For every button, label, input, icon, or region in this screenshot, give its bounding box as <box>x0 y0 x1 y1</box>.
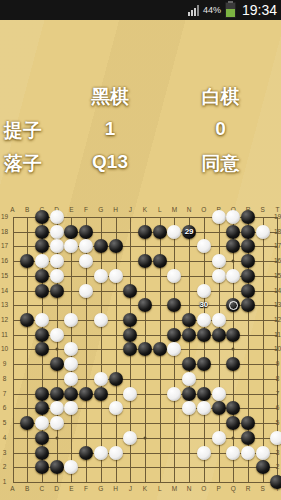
white-player-label: 白棋 <box>160 84 281 110</box>
black-stone[interactable] <box>20 254 34 268</box>
coord-row-label-left: 6 <box>3 405 7 412</box>
white-stone[interactable] <box>256 446 270 460</box>
coord-row-label-left: 7 <box>3 390 7 397</box>
coord-row-label-right: 17 <box>274 243 281 250</box>
black-stone[interactable] <box>153 225 167 239</box>
black-stone[interactable] <box>226 328 240 342</box>
white-last-action: 同意 <box>160 151 281 177</box>
move-number-label: 30 <box>199 301 208 309</box>
coord-column-label-bottom: Q <box>231 486 236 493</box>
black-stone[interactable] <box>35 460 49 474</box>
black-stone[interactable] <box>50 284 64 298</box>
coord-column-label-bottom: B <box>25 486 29 493</box>
coord-column-label-bottom: C <box>40 486 45 493</box>
white-stone[interactable] <box>64 239 78 253</box>
black-stone[interactable] <box>226 239 240 253</box>
black-stone[interactable] <box>20 313 34 327</box>
coord-row-label-right: 16 <box>274 258 281 265</box>
black-stone[interactable] <box>212 401 226 415</box>
white-stone[interactable] <box>35 254 49 268</box>
coord-column-label-top: E <box>69 207 73 214</box>
star-point <box>55 348 58 351</box>
white-stone[interactable] <box>50 239 64 253</box>
coord-column-label-top: K <box>143 207 147 214</box>
black-stone[interactable] <box>35 342 49 356</box>
white-stone[interactable] <box>50 401 64 415</box>
white-stone[interactable] <box>123 431 137 445</box>
black-stone[interactable] <box>123 284 137 298</box>
black-stone[interactable] <box>94 387 108 401</box>
last-move-row: 落子 Q13 同意 <box>0 151 281 177</box>
black-stone[interactable] <box>197 328 211 342</box>
grid-line-vertical <box>204 217 205 483</box>
captures-label: 提子 <box>0 118 60 144</box>
star-point <box>232 436 235 439</box>
coord-column-label-bottom: M <box>172 486 177 493</box>
coord-column-label-top: J <box>129 207 132 214</box>
white-stone[interactable] <box>50 254 64 268</box>
go-board[interactable]: AABBCCDDEEFFGGHHJJKKLLMMNNOOPPQQRRSSTT19… <box>0 205 281 500</box>
black-stone[interactable] <box>226 298 240 312</box>
coord-row-label-right: 2 <box>276 464 280 471</box>
white-stone[interactable] <box>109 446 123 460</box>
coord-row-label-right: 18 <box>274 228 281 235</box>
white-stone[interactable] <box>79 254 93 268</box>
white-stone[interactable] <box>167 342 181 356</box>
white-stone[interactable] <box>94 372 108 386</box>
white-stone[interactable] <box>212 431 226 445</box>
white-stone[interactable] <box>226 210 240 224</box>
white-stone[interactable] <box>212 254 226 268</box>
black-stone[interactable] <box>35 446 49 460</box>
black-stone[interactable] <box>35 431 49 445</box>
coord-row-label-left: 10 <box>1 346 8 353</box>
coord-column-label-bottom: J <box>129 486 132 493</box>
white-stone[interactable] <box>212 313 226 327</box>
black-stone[interactable] <box>241 431 255 445</box>
white-stone[interactable] <box>197 401 211 415</box>
coord-row-label-left: 2 <box>3 464 7 471</box>
black-stone[interactable] <box>35 269 49 283</box>
white-stone[interactable] <box>256 225 270 239</box>
white-stone[interactable] <box>182 372 196 386</box>
black-stone[interactable] <box>226 357 240 371</box>
coord-column-label-bottom: L <box>158 486 162 493</box>
black-stone[interactable] <box>226 225 240 239</box>
black-stone[interactable] <box>79 387 93 401</box>
black-stone[interactable] <box>241 416 255 430</box>
coord-row-label-left: 17 <box>1 243 8 250</box>
black-stone[interactable] <box>167 328 181 342</box>
coord-column-label-bottom: S <box>261 486 265 493</box>
black-stone[interactable] <box>256 460 270 474</box>
white-stone[interactable] <box>79 239 93 253</box>
coord-column-label-top: B <box>25 207 29 214</box>
coord-column-label-bottom: P <box>216 486 220 493</box>
black-stone[interactable] <box>79 446 93 460</box>
white-stone[interactable] <box>50 225 64 239</box>
black-stone[interactable] <box>138 298 152 312</box>
white-captures-value: 0 <box>160 118 281 144</box>
black-stone[interactable] <box>109 239 123 253</box>
coord-column-label-bottom: K <box>143 486 147 493</box>
black-stone[interactable] <box>241 298 255 312</box>
grid-line-vertical <box>189 217 190 483</box>
coord-column-label-top: O <box>201 207 206 214</box>
coord-row-label-left: 9 <box>3 361 7 368</box>
white-stone[interactable] <box>212 387 226 401</box>
signal-strength-icon <box>188 5 199 16</box>
black-stone[interactable] <box>35 401 49 415</box>
coord-column-label-bottom: E <box>69 486 73 493</box>
coord-row-label-left: 18 <box>1 228 8 235</box>
black-stone[interactable] <box>241 254 255 268</box>
star-point <box>232 348 235 351</box>
coord-row-label-right: 7 <box>276 390 280 397</box>
coord-column-label-bottom: D <box>54 486 59 493</box>
black-stone[interactable] <box>241 210 255 224</box>
black-stone[interactable] <box>241 239 255 253</box>
coord-column-label-top: M <box>172 207 177 214</box>
coord-row-label-right: 13 <box>274 302 281 309</box>
black-stone[interactable] <box>212 328 226 342</box>
black-stone[interactable] <box>50 357 64 371</box>
game-info-panel: 黑棋 白棋 提子 1 0 落子 Q13 同意 <box>0 20 281 205</box>
black-stone[interactable] <box>153 342 167 356</box>
coord-column-label-bottom: H <box>113 486 118 493</box>
white-stone[interactable] <box>50 416 64 430</box>
black-stone[interactable] <box>35 239 49 253</box>
black-stone[interactable] <box>270 475 281 489</box>
black-stone[interactable] <box>123 313 137 327</box>
black-stone[interactable] <box>35 225 49 239</box>
black-stone[interactable] <box>167 298 181 312</box>
black-stone[interactable] <box>64 225 78 239</box>
coord-row-label-left: 5 <box>3 420 7 427</box>
coord-row-label-right: 11 <box>274 332 281 339</box>
coord-row-label-right: 5 <box>276 420 280 427</box>
coord-row-label-right: 6 <box>276 405 280 412</box>
coord-row-label-right: 3 <box>276 449 280 456</box>
coord-column-label-bottom: G <box>98 486 103 493</box>
black-stone[interactable] <box>123 342 137 356</box>
coord-row-label-left: 16 <box>1 258 8 265</box>
status-bar: 44% 19:34 <box>0 0 281 20</box>
black-stone[interactable] <box>35 284 49 298</box>
coord-row-label-right: 10 <box>274 346 281 353</box>
coord-row-label-left: 1 <box>3 479 7 486</box>
black-stone[interactable] <box>50 460 64 474</box>
white-stone[interactable] <box>94 313 108 327</box>
coord-row-label-left: 8 <box>3 376 7 383</box>
coord-row-label-right: 9 <box>276 361 280 368</box>
white-stone[interactable] <box>270 431 281 445</box>
white-stone[interactable] <box>167 387 181 401</box>
star-point <box>55 436 58 439</box>
black-stone[interactable] <box>20 416 34 430</box>
coord-row-label-right: 19 <box>274 214 281 221</box>
black-stone[interactable] <box>50 387 64 401</box>
clock: 19:34 <box>242 2 277 18</box>
white-stone[interactable] <box>64 460 78 474</box>
move-number-label: 29 <box>185 228 194 236</box>
black-stone[interactable] <box>182 328 196 342</box>
coord-column-label-top: N <box>187 207 192 214</box>
coord-row-label-right: 8 <box>276 376 280 383</box>
white-stone[interactable] <box>94 269 108 283</box>
coord-row-label-left: 19 <box>1 214 8 221</box>
white-stone[interactable] <box>109 269 123 283</box>
white-stone[interactable] <box>50 210 64 224</box>
star-point <box>232 260 235 263</box>
coord-column-label-bottom: A <box>10 486 14 493</box>
coord-column-label-top: H <box>113 207 118 214</box>
white-stone[interactable] <box>35 416 49 430</box>
white-stone[interactable] <box>197 284 211 298</box>
black-stone[interactable] <box>182 313 196 327</box>
white-stone[interactable] <box>182 401 196 415</box>
black-stone[interactable] <box>226 416 240 430</box>
white-stone[interactable] <box>64 357 78 371</box>
black-stone[interactable] <box>109 372 123 386</box>
coord-column-label-top: A <box>10 207 14 214</box>
coord-column-label-top: L <box>158 207 162 214</box>
coord-row-label-left: 11 <box>1 332 8 339</box>
black-stone[interactable] <box>241 225 255 239</box>
coord-column-label-bottom: N <box>187 486 192 493</box>
coord-column-label-bottom: O <box>201 486 206 493</box>
black-stone[interactable] <box>94 239 108 253</box>
black-stone[interactable] <box>35 328 49 342</box>
white-stone[interactable] <box>212 269 226 283</box>
coord-row-label-left: 12 <box>1 317 8 324</box>
white-stone[interactable] <box>197 239 211 253</box>
white-stone[interactable] <box>167 225 181 239</box>
coord-row-label-right: 12 <box>274 317 281 324</box>
white-stone[interactable] <box>226 269 240 283</box>
captures-row: 提子 1 0 <box>0 118 281 144</box>
coord-column-label-bottom: F <box>84 486 88 493</box>
coord-column-label-bottom: R <box>246 486 251 493</box>
white-stone[interactable] <box>123 387 137 401</box>
battery-percent: 44% <box>203 5 221 15</box>
star-point <box>143 436 146 439</box>
grid-line-horizontal <box>13 482 279 483</box>
coord-row-label-right: 15 <box>274 273 281 280</box>
white-stone[interactable] <box>50 328 64 342</box>
player-header-row: 黑棋 白棋 <box>0 84 281 110</box>
black-stone[interactable] <box>226 401 240 415</box>
coord-row-label-left: 13 <box>1 302 8 309</box>
white-stone[interactable] <box>109 401 123 415</box>
white-stone[interactable] <box>94 446 108 460</box>
black-stone[interactable] <box>241 284 255 298</box>
grid-line-horizontal <box>13 379 279 380</box>
white-stone[interactable] <box>64 313 78 327</box>
black-stone[interactable] <box>153 254 167 268</box>
black-last-move: Q13 <box>60 151 160 177</box>
black-stone[interactable] <box>182 357 196 371</box>
white-stone[interactable] <box>50 269 64 283</box>
black-stone[interactable] <box>197 387 211 401</box>
black-stone[interactable] <box>241 269 255 283</box>
coord-row-label-left: 14 <box>1 287 8 294</box>
white-stone[interactable] <box>241 446 255 460</box>
coord-column-label-top: F <box>84 207 88 214</box>
move-label: 落子 <box>0 151 60 177</box>
white-stone[interactable] <box>64 342 78 356</box>
black-player-label: 黑棋 <box>60 84 160 110</box>
white-stone[interactable] <box>197 446 211 460</box>
battery-icon <box>225 2 236 18</box>
black-stone[interactable] <box>138 342 152 356</box>
white-stone[interactable] <box>197 313 211 327</box>
white-stone[interactable] <box>35 313 49 327</box>
coord-row-label-left: 3 <box>3 449 7 456</box>
black-stone[interactable] <box>123 328 137 342</box>
white-stone[interactable] <box>167 269 181 283</box>
black-stone[interactable] <box>138 225 152 239</box>
black-captures-value: 1 <box>60 118 160 144</box>
white-stone[interactable] <box>64 372 78 386</box>
white-stone[interactable] <box>64 401 78 415</box>
white-stone[interactable] <box>212 210 226 224</box>
white-stone[interactable] <box>79 284 93 298</box>
coord-row-label-left: 4 <box>3 435 7 442</box>
black-stone[interactable] <box>79 225 93 239</box>
black-stone[interactable] <box>35 387 49 401</box>
coord-column-label-top: S <box>261 207 265 214</box>
coord-row-label-right: 14 <box>274 287 281 294</box>
black-stone[interactable] <box>197 357 211 371</box>
coord-column-label-top: G <box>98 207 103 214</box>
coord-row-label-left: 15 <box>1 273 8 280</box>
black-stone[interactable] <box>64 387 78 401</box>
black-stone[interactable] <box>138 254 152 268</box>
black-stone[interactable] <box>182 387 196 401</box>
black-stone[interactable] <box>35 210 49 224</box>
white-stone[interactable] <box>226 446 240 460</box>
grid-line-vertical <box>263 217 264 483</box>
